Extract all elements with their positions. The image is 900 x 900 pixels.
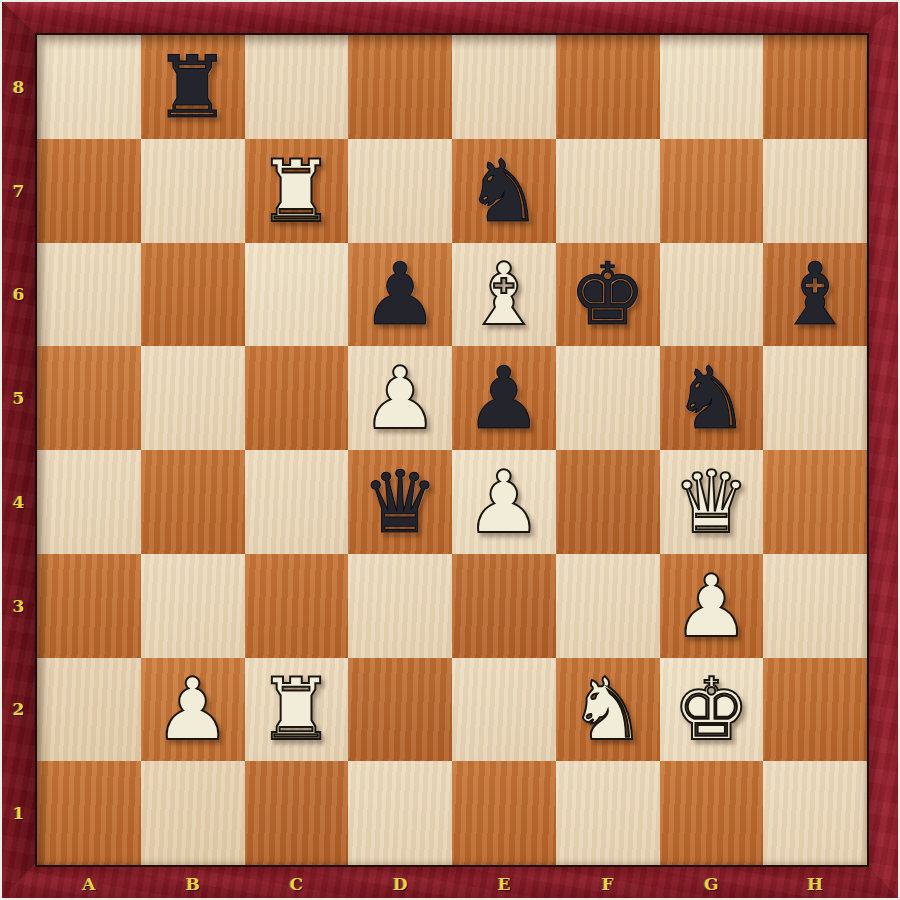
piece-white-rook[interactable]: ♜ xyxy=(258,666,335,752)
piece-black-rook[interactable]: ♜ xyxy=(154,44,231,130)
file-label-d: D xyxy=(348,868,452,900)
square-d7[interactable] xyxy=(348,139,452,243)
piece-black-knight[interactable]: ♞ xyxy=(465,148,542,234)
rank-label-2: 2 xyxy=(2,658,35,762)
square-c7[interactable]: ♜ xyxy=(245,139,349,243)
rank-label-3: 3 xyxy=(2,554,35,658)
board-frame: ♜♜♞♟♝♚♝♟♟♞♛♟♛♟♟♜♞♚ xyxy=(35,33,869,867)
square-h5[interactable] xyxy=(763,346,867,450)
square-g3[interactable]: ♟ xyxy=(660,554,764,658)
square-f8[interactable] xyxy=(556,35,660,139)
chess-board: ♜♜♞♟♝♚♝♟♟♞♛♟♛♟♟♜♞♚ xyxy=(37,35,867,865)
square-g4[interactable]: ♛ xyxy=(660,450,764,554)
square-d1[interactable] xyxy=(348,761,452,865)
square-d3[interactable] xyxy=(348,554,452,658)
piece-white-queen[interactable]: ♛ xyxy=(673,459,750,545)
square-g5[interactable]: ♞ xyxy=(660,346,764,450)
square-e3[interactable] xyxy=(452,554,556,658)
file-label-b: B xyxy=(141,868,245,900)
square-b6[interactable] xyxy=(141,243,245,347)
file-label-f: F xyxy=(556,868,660,900)
square-e7[interactable]: ♞ xyxy=(452,139,556,243)
square-h1[interactable] xyxy=(763,761,867,865)
square-a3[interactable] xyxy=(37,554,141,658)
square-d8[interactable] xyxy=(348,35,452,139)
square-e2[interactable] xyxy=(452,658,556,762)
square-g1[interactable] xyxy=(660,761,764,865)
square-d4[interactable]: ♛ xyxy=(348,450,452,554)
square-f6[interactable]: ♚ xyxy=(556,243,660,347)
piece-white-bishop[interactable]: ♝ xyxy=(465,251,542,337)
piece-white-pawn[interactable]: ♟ xyxy=(465,459,542,545)
piece-white-pawn[interactable]: ♟ xyxy=(673,563,750,649)
square-b5[interactable] xyxy=(141,346,245,450)
square-h3[interactable] xyxy=(763,554,867,658)
chess-diagram: 87654321 ABCDEFGH ♜♜♞♟♝♚♝♟♟♞♛♟♛♟♟♜♞♚ xyxy=(0,0,900,900)
piece-white-pawn[interactable]: ♟ xyxy=(154,666,231,752)
rank-label-6: 6 xyxy=(2,243,35,347)
piece-black-queen[interactable]: ♛ xyxy=(362,459,439,545)
square-h4[interactable] xyxy=(763,450,867,554)
rank-label-1: 1 xyxy=(2,761,35,865)
square-f4[interactable] xyxy=(556,450,660,554)
square-c5[interactable] xyxy=(245,346,349,450)
file-label-c: C xyxy=(245,868,349,900)
square-f7[interactable] xyxy=(556,139,660,243)
square-g8[interactable] xyxy=(660,35,764,139)
square-f2[interactable]: ♞ xyxy=(556,658,660,762)
square-b4[interactable] xyxy=(141,450,245,554)
file-label-g: G xyxy=(660,868,764,900)
square-a2[interactable] xyxy=(37,658,141,762)
square-e4[interactable]: ♟ xyxy=(452,450,556,554)
piece-white-rook[interactable]: ♜ xyxy=(258,148,335,234)
square-a5[interactable] xyxy=(37,346,141,450)
square-g2[interactable]: ♚ xyxy=(660,658,764,762)
square-h8[interactable] xyxy=(763,35,867,139)
square-e8[interactable] xyxy=(452,35,556,139)
square-f1[interactable] xyxy=(556,761,660,865)
piece-white-pawn[interactable]: ♟ xyxy=(362,355,439,441)
square-c2[interactable]: ♜ xyxy=(245,658,349,762)
square-c1[interactable] xyxy=(245,761,349,865)
piece-black-king[interactable]: ♚ xyxy=(569,251,646,337)
piece-black-pawn[interactable]: ♟ xyxy=(362,251,439,337)
rank-label-5: 5 xyxy=(2,346,35,450)
square-c4[interactable] xyxy=(245,450,349,554)
frame-edge-top xyxy=(2,2,898,33)
piece-black-bishop[interactable]: ♝ xyxy=(777,251,854,337)
square-e1[interactable] xyxy=(452,761,556,865)
square-a6[interactable] xyxy=(37,243,141,347)
file-labels: ABCDEFGH xyxy=(37,868,867,900)
square-c8[interactable] xyxy=(245,35,349,139)
square-e5[interactable]: ♟ xyxy=(452,346,556,450)
piece-black-knight[interactable]: ♞ xyxy=(673,355,750,441)
file-label-a: A xyxy=(37,868,141,900)
square-c3[interactable] xyxy=(245,554,349,658)
square-g6[interactable] xyxy=(660,243,764,347)
square-g7[interactable] xyxy=(660,139,764,243)
square-c6[interactable] xyxy=(245,243,349,347)
file-label-e: E xyxy=(452,868,556,900)
square-b3[interactable] xyxy=(141,554,245,658)
square-a4[interactable] xyxy=(37,450,141,554)
square-h6[interactable]: ♝ xyxy=(763,243,867,347)
square-d5[interactable]: ♟ xyxy=(348,346,452,450)
square-d6[interactable]: ♟ xyxy=(348,243,452,347)
rank-label-8: 8 xyxy=(2,35,35,139)
square-h2[interactable] xyxy=(763,658,867,762)
square-f5[interactable] xyxy=(556,346,660,450)
square-f3[interactable] xyxy=(556,554,660,658)
square-a1[interactable] xyxy=(37,761,141,865)
piece-black-pawn[interactable]: ♟ xyxy=(465,355,542,441)
rank-label-7: 7 xyxy=(2,139,35,243)
square-d2[interactable] xyxy=(348,658,452,762)
rank-label-4: 4 xyxy=(2,450,35,554)
square-b1[interactable] xyxy=(141,761,245,865)
frame-edge-right xyxy=(866,2,898,898)
square-h7[interactable] xyxy=(763,139,867,243)
square-e6[interactable]: ♝ xyxy=(452,243,556,347)
square-a8[interactable] xyxy=(37,35,141,139)
square-b2[interactable]: ♟ xyxy=(141,658,245,762)
square-b7[interactable] xyxy=(141,139,245,243)
square-a7[interactable] xyxy=(37,139,141,243)
file-label-h: H xyxy=(763,868,867,900)
piece-white-knight[interactable]: ♞ xyxy=(569,666,646,752)
rank-labels: 87654321 xyxy=(2,35,35,865)
piece-white-king[interactable]: ♚ xyxy=(673,666,750,752)
square-b8[interactable]: ♜ xyxy=(141,35,245,139)
